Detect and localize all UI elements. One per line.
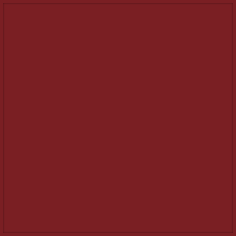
chess-board-frame: [0, 0, 236, 236]
chess-board: [3, 3, 233, 233]
